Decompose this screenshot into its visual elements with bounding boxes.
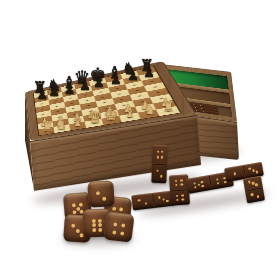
die-pip: [98, 227, 102, 231]
peg-hole: [68, 92, 71, 93]
peg-hole: [70, 103, 73, 104]
peg-hole: [57, 111, 60, 112]
peg-hole: [143, 107, 147, 109]
die-pip: [98, 223, 102, 227]
peg-hole: [135, 90, 139, 92]
die-pip: [121, 224, 125, 228]
peg-hole: [45, 131, 48, 133]
die-pip: [102, 197, 106, 201]
peg-hole: [138, 95, 142, 97]
domino-divider: [242, 166, 245, 178]
domino-pip: [155, 169, 158, 172]
die-pip: [71, 224, 75, 228]
domino-pip: [200, 180, 203, 183]
die-pip: [92, 219, 96, 223]
domino-pip: [248, 167, 251, 170]
die-pip: [113, 223, 117, 227]
stacked-domino-pip: [195, 107, 196, 108]
peg-hole: [111, 78, 114, 80]
peg-hole: [103, 102, 106, 104]
domino-pip: [256, 195, 259, 198]
board-square: [38, 127, 54, 135]
domino-pip: [156, 156, 159, 159]
peg-hole: [44, 125, 47, 126]
domino-pip: [233, 172, 236, 175]
peg-hole: [72, 108, 75, 110]
peg-hole: [89, 111, 92, 113]
domino-pip: [175, 198, 178, 201]
peg-hole: [85, 100, 88, 102]
die-pip: [113, 230, 117, 234]
domino-pip: [175, 194, 178, 197]
domino-pip: [201, 184, 204, 187]
stacked-domino-pip: [193, 104, 194, 105]
domino-pip: [256, 170, 259, 173]
peg-hole: [81, 84, 84, 85]
peg-hole: [128, 74, 131, 76]
die-pip: [96, 191, 100, 195]
peg-hole: [42, 114, 45, 115]
stacked-domino-pip: [196, 110, 197, 111]
domino-pip: [181, 198, 184, 201]
domino-pip: [252, 169, 255, 172]
domino-pip: [174, 183, 177, 186]
peg-hole: [60, 128, 63, 130]
domino-pip: [145, 201, 148, 204]
peg-hole: [150, 81, 154, 83]
die-pip: [79, 233, 83, 237]
peg-hole: [140, 101, 144, 103]
domino-pip: [160, 156, 163, 159]
peg-hole: [146, 114, 150, 116]
domino-divider: [152, 193, 155, 206]
stacked-domino-pip: [201, 108, 202, 109]
die-pip: [98, 218, 102, 222]
stacked-domino-pip: [200, 105, 201, 106]
peg-hole: [109, 120, 113, 122]
domino-divider: [208, 176, 211, 189]
domino-pip: [180, 179, 183, 182]
peg-hole: [87, 105, 90, 107]
peg-hole: [84, 94, 87, 95]
domino-pip: [162, 197, 165, 200]
domino-pip: [255, 183, 258, 186]
board-square: [53, 124, 70, 133]
peg-hole: [55, 100, 58, 101]
peg-hole: [147, 75, 151, 77]
domino-divider: [170, 189, 187, 191]
domino-pip: [180, 183, 183, 186]
peg-hole: [162, 104, 166, 106]
peg-hole: [92, 123, 95, 125]
peg-hole: [166, 110, 170, 112]
wooden-game-set-photo: ♜♞♝♛♚♝♞♜♟♟♟♟♟♟♟♟♟♟♟♟♟♟♟♟♜♞♝♛♚♝♞♜: [0, 0, 280, 280]
die: [103, 211, 134, 242]
peg-hole: [144, 70, 148, 72]
domino-pip: [181, 194, 184, 197]
peg-hole: [82, 89, 85, 90]
board-square: [69, 122, 87, 131]
die-pip: [120, 231, 124, 235]
domino-pip: [160, 150, 163, 153]
die-pip: [92, 223, 96, 227]
peg-hole: [156, 92, 160, 94]
domino-pip: [251, 193, 254, 196]
board-square: [101, 116, 121, 125]
domino-pip: [166, 199, 169, 202]
die-pip: [119, 207, 123, 211]
peg-hole: [159, 98, 163, 100]
domino-pip: [216, 177, 219, 180]
domino: [243, 175, 265, 203]
peg-hole: [113, 83, 116, 85]
peg-hole: [120, 99, 124, 101]
peg-hole: [41, 103, 44, 104]
peg-hole: [125, 110, 129, 112]
peg-hole: [73, 114, 76, 116]
die-pip: [92, 228, 96, 232]
domino-pip: [156, 150, 159, 153]
peg-hole: [39, 93, 41, 94]
peg-hole: [98, 86, 101, 87]
domino-divider: [246, 187, 262, 191]
domino: [151, 145, 167, 184]
peg-hole: [116, 88, 119, 90]
peg-hole: [76, 125, 79, 127]
peg-hole: [59, 122, 62, 124]
domino-pip: [217, 181, 220, 184]
peg-hole: [99, 91, 102, 93]
peg-hole: [90, 116, 93, 118]
stacked-domino-pip: [203, 111, 204, 112]
domino-pip: [159, 175, 162, 178]
peg-hole: [105, 108, 108, 110]
peg-hole: [53, 90, 56, 91]
peg-hole: [41, 108, 44, 109]
peg-hole: [58, 116, 61, 117]
domino-pip: [158, 195, 161, 198]
domino-pip: [193, 181, 196, 184]
peg-hole: [56, 105, 59, 106]
peg-hole: [43, 119, 46, 120]
die-pip: [112, 207, 116, 211]
peg-hole: [101, 96, 104, 98]
peg-hole: [130, 79, 133, 81]
domino-divider: [152, 163, 165, 164]
peg-hole: [40, 98, 43, 99]
peg-hole: [69, 97, 72, 98]
peg-hole: [132, 84, 136, 86]
peg-hole: [74, 119, 77, 121]
peg-hole: [127, 117, 131, 119]
die: [87, 180, 114, 207]
domino-pip: [194, 185, 197, 188]
peg-hole: [122, 104, 126, 106]
peg-hole: [118, 93, 121, 95]
domino-pip: [174, 179, 177, 182]
peg-hole: [96, 81, 99, 82]
domino-pip: [138, 198, 141, 201]
domino-pip: [197, 182, 200, 185]
board-square: [85, 119, 104, 128]
peg-hole: [54, 95, 57, 96]
die-pip: [75, 228, 79, 232]
peg-hole: [107, 114, 110, 116]
peg-hole: [67, 87, 70, 88]
peg-hole: [153, 86, 157, 88]
